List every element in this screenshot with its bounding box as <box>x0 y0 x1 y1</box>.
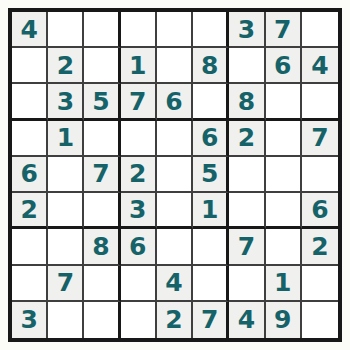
cell-r4c6[interactable]: 6 <box>193 121 229 157</box>
cell-r4c7[interactable]: 2 <box>229 121 265 157</box>
cell-r4c8[interactable] <box>266 121 302 157</box>
cell-r5c3[interactable]: 7 <box>84 157 120 193</box>
cell-r8c7[interactable] <box>229 266 265 302</box>
cell-r5c2[interactable] <box>48 157 84 193</box>
cell-r6c2[interactable] <box>48 193 84 229</box>
cell-r7c1[interactable] <box>12 229 48 265</box>
cell-r5c1[interactable]: 6 <box>12 157 48 193</box>
cell-r2c2[interactable]: 2 <box>48 48 84 84</box>
cell-r3c8[interactable] <box>266 84 302 120</box>
cell-r1c1[interactable]: 4 <box>12 12 48 48</box>
cell-r9c6[interactable]: 7 <box>193 302 229 338</box>
cell-r5c4[interactable]: 2 <box>121 157 157 193</box>
cell-r8c4[interactable] <box>121 266 157 302</box>
cell-r5c5[interactable] <box>157 157 193 193</box>
cell-r2c1[interactable] <box>12 48 48 84</box>
cell-r6c1[interactable]: 2 <box>12 193 48 229</box>
cell-r5c7[interactable] <box>229 157 265 193</box>
cell-r2c7[interactable] <box>229 48 265 84</box>
cell-r2c9[interactable]: 4 <box>302 48 338 84</box>
cell-r9c4[interactable] <box>121 302 157 338</box>
cell-r7c3[interactable]: 8 <box>84 229 120 265</box>
cell-r1c2[interactable] <box>48 12 84 48</box>
cell-r4c3[interactable] <box>84 121 120 157</box>
cell-r3c2[interactable]: 3 <box>48 84 84 120</box>
cell-r6c7[interactable] <box>229 193 265 229</box>
cell-r8c6[interactable] <box>193 266 229 302</box>
cell-r9c8[interactable]: 9 <box>266 302 302 338</box>
cell-r4c5[interactable] <box>157 121 193 157</box>
cell-r5c9[interactable] <box>302 157 338 193</box>
cell-r3c5[interactable]: 6 <box>157 84 193 120</box>
cell-r8c3[interactable] <box>84 266 120 302</box>
cell-r7c5[interactable] <box>157 229 193 265</box>
cell-r6c9[interactable]: 6 <box>302 193 338 229</box>
cell-r2c8[interactable]: 6 <box>266 48 302 84</box>
cell-r1c9[interactable] <box>302 12 338 48</box>
cell-r1c3[interactable] <box>84 12 120 48</box>
cell-r4c4[interactable] <box>121 121 157 157</box>
cell-r8c9[interactable] <box>302 266 338 302</box>
cell-r3c4[interactable]: 7 <box>121 84 157 120</box>
cell-r7c7[interactable]: 7 <box>229 229 265 265</box>
cell-r3c7[interactable]: 8 <box>229 84 265 120</box>
cell-r3c3[interactable]: 5 <box>84 84 120 120</box>
cell-r9c1[interactable]: 3 <box>12 302 48 338</box>
cell-r2c5[interactable] <box>157 48 193 84</box>
cell-r9c3[interactable] <box>84 302 120 338</box>
cell-r1c7[interactable]: 3 <box>229 12 265 48</box>
cell-r1c6[interactable] <box>193 12 229 48</box>
cell-r6c6[interactable]: 1 <box>193 193 229 229</box>
cell-r1c4[interactable] <box>121 12 157 48</box>
cell-r9c5[interactable]: 2 <box>157 302 193 338</box>
cell-r7c8[interactable] <box>266 229 302 265</box>
cell-r7c4[interactable]: 6 <box>121 229 157 265</box>
cell-r5c8[interactable] <box>266 157 302 193</box>
cell-r9c9[interactable] <box>302 302 338 338</box>
cell-r4c2[interactable]: 1 <box>48 121 84 157</box>
cell-r7c6[interactable] <box>193 229 229 265</box>
cell-r6c3[interactable] <box>84 193 120 229</box>
cell-r6c4[interactable]: 3 <box>121 193 157 229</box>
cell-r2c3[interactable] <box>84 48 120 84</box>
cell-r7c2[interactable] <box>48 229 84 265</box>
cell-r4c1[interactable] <box>12 121 48 157</box>
sudoku-board: 4372186435768162767252316867274132749 <box>8 8 342 342</box>
cell-r1c5[interactable] <box>157 12 193 48</box>
cell-r8c1[interactable] <box>12 266 48 302</box>
cell-r1c8[interactable]: 7 <box>266 12 302 48</box>
cell-r5c6[interactable]: 5 <box>193 157 229 193</box>
cell-r7c9[interactable]: 2 <box>302 229 338 265</box>
cell-r9c2[interactable] <box>48 302 84 338</box>
cell-r9c7[interactable]: 4 <box>229 302 265 338</box>
cell-r2c4[interactable]: 1 <box>121 48 157 84</box>
cell-r8c2[interactable]: 7 <box>48 266 84 302</box>
cell-r3c6[interactable] <box>193 84 229 120</box>
cell-r8c8[interactable]: 1 <box>266 266 302 302</box>
cell-r4c9[interactable]: 7 <box>302 121 338 157</box>
cell-r3c1[interactable] <box>12 84 48 120</box>
cell-r2c6[interactable]: 8 <box>193 48 229 84</box>
cell-r8c5[interactable]: 4 <box>157 266 193 302</box>
cell-r6c8[interactable] <box>266 193 302 229</box>
cell-r6c5[interactable] <box>157 193 193 229</box>
cell-r3c9[interactable] <box>302 84 338 120</box>
